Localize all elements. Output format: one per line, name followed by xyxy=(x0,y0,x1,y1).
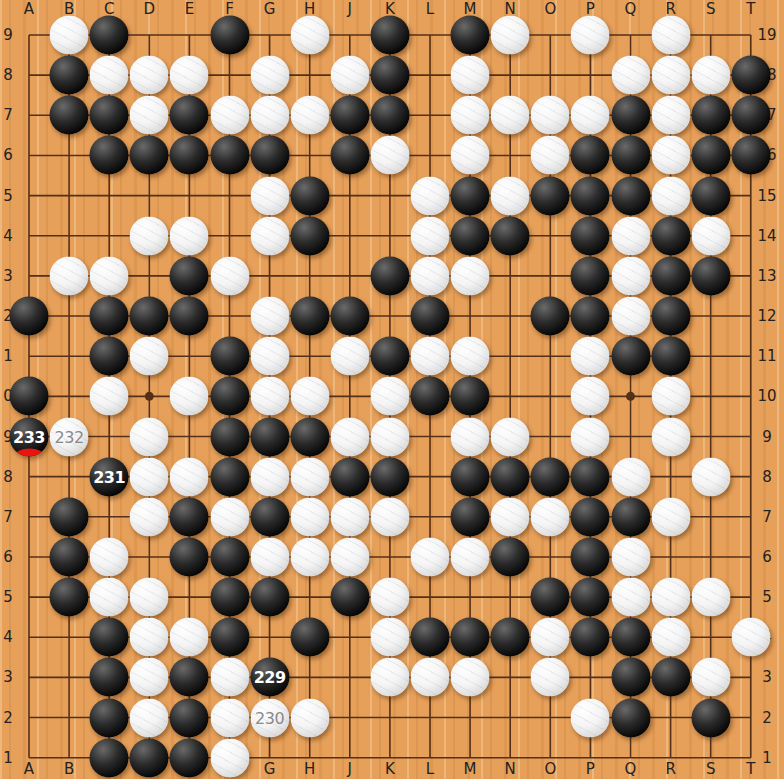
move-number-label: 233 xyxy=(13,427,45,446)
stone-L6 xyxy=(411,537,450,576)
stone-B5 xyxy=(50,578,89,617)
stone-C1 xyxy=(90,738,129,777)
stone-C17 xyxy=(90,96,129,135)
stone-O8 xyxy=(531,457,570,496)
stone-C18 xyxy=(90,56,129,95)
stone-H6 xyxy=(290,537,329,576)
coordinate-top-M: M xyxy=(464,2,477,17)
stone-M7 xyxy=(451,497,490,536)
stone-O5 xyxy=(531,578,570,617)
stone-Q7 xyxy=(611,497,650,536)
stone-D14 xyxy=(130,216,169,255)
coordinate-left-row1: 1 xyxy=(3,750,13,765)
stone-K16 xyxy=(370,136,409,175)
stone-P19 xyxy=(571,16,610,55)
stone-B7 xyxy=(50,497,89,536)
stone-S16 xyxy=(691,136,730,175)
stone-B9: 232 xyxy=(50,417,89,456)
stone-E16 xyxy=(170,136,209,175)
coordinate-top-B: B xyxy=(64,2,74,17)
stone-J9 xyxy=(330,417,369,456)
stone-P10 xyxy=(571,377,610,416)
stone-M10 xyxy=(451,377,490,416)
coordinate-right-row7: 7 xyxy=(762,509,772,524)
stone-N9 xyxy=(491,417,530,456)
stone-S5 xyxy=(691,578,730,617)
stone-F5 xyxy=(210,578,249,617)
stone-Q4 xyxy=(611,618,650,657)
stone-G15 xyxy=(250,176,289,215)
coordinate-right-row1: 1 xyxy=(762,750,772,765)
stone-C10 xyxy=(90,377,129,416)
stone-S15 xyxy=(691,176,730,215)
stone-S13 xyxy=(691,256,730,295)
stone-P7 xyxy=(571,497,610,536)
coordinate-bottom-G: G xyxy=(264,762,276,777)
coordinate-right-row19: 19 xyxy=(757,28,776,43)
coordinate-bottom-N: N xyxy=(505,762,516,777)
stone-G18 xyxy=(250,56,289,95)
stone-L11 xyxy=(411,337,450,376)
coordinate-bottom-P: P xyxy=(586,762,595,777)
stone-P13 xyxy=(571,256,610,295)
stone-E8 xyxy=(170,457,209,496)
coordinate-left-row19: 9 xyxy=(3,28,13,43)
stone-M15 xyxy=(451,176,490,215)
coordinate-top-S: S xyxy=(706,2,716,17)
stone-E18 xyxy=(170,56,209,95)
stone-R15 xyxy=(651,176,690,215)
stone-T16 xyxy=(731,136,770,175)
stone-N15 xyxy=(491,176,530,215)
move-number-label: 230 xyxy=(255,708,284,727)
stone-G2: 230 xyxy=(250,698,289,737)
stone-J18 xyxy=(330,56,369,95)
stone-G7 xyxy=(250,497,289,536)
stone-C19 xyxy=(90,16,129,55)
stone-P11 xyxy=(571,337,610,376)
stone-R7 xyxy=(651,497,690,536)
stone-M3 xyxy=(451,658,490,697)
stone-L12 xyxy=(411,297,450,336)
stone-C3 xyxy=(90,658,129,697)
stone-F13 xyxy=(210,256,249,295)
coordinate-bottom-A: A xyxy=(24,762,34,777)
stone-F8 xyxy=(210,457,249,496)
stone-Q11 xyxy=(611,337,650,376)
star-point xyxy=(626,392,635,401)
stone-K17 xyxy=(370,96,409,135)
stone-E6 xyxy=(170,537,209,576)
stone-R11 xyxy=(651,337,690,376)
coordinate-left-row6: 6 xyxy=(3,549,13,564)
stone-M8 xyxy=(451,457,490,496)
stone-J5 xyxy=(330,578,369,617)
stone-D7 xyxy=(130,497,169,536)
stone-G12 xyxy=(250,297,289,336)
stone-Q12 xyxy=(611,297,650,336)
coordinate-right-row12: 12 xyxy=(757,309,776,324)
stone-J16 xyxy=(330,136,369,175)
go-app-screenshot: { "game": "go", "board_size": 19, "posit… xyxy=(0,0,784,779)
coordinate-left-row17: 7 xyxy=(3,108,13,123)
stone-A9: 233 xyxy=(10,417,49,456)
stone-B18 xyxy=(50,56,89,95)
stone-B6 xyxy=(50,537,89,576)
stone-R3 xyxy=(651,658,690,697)
stone-C12 xyxy=(90,297,129,336)
stone-N14 xyxy=(491,216,530,255)
go-board[interactable]: ABCDEFGHJKLMNOPQRSTABCDEFGHJKLMNOPQRST98… xyxy=(0,0,784,779)
coordinate-bottom-H: H xyxy=(304,762,315,777)
coordinate-top-K: K xyxy=(385,2,395,17)
stone-T4 xyxy=(731,618,770,657)
stone-E13 xyxy=(170,256,209,295)
stone-F17 xyxy=(210,96,249,135)
stone-O4 xyxy=(531,618,570,657)
stone-S8 xyxy=(691,457,730,496)
stone-S18 xyxy=(691,56,730,95)
coordinate-left-row11: 1 xyxy=(3,349,13,364)
stone-D18 xyxy=(130,56,169,95)
coordinate-left-row15: 5 xyxy=(3,188,13,203)
stone-G16 xyxy=(250,136,289,175)
coordinate-top-H: H xyxy=(304,2,315,17)
stone-Q3 xyxy=(611,658,650,697)
stone-A12 xyxy=(10,297,49,336)
stone-G11 xyxy=(250,337,289,376)
stone-D2 xyxy=(130,698,169,737)
stone-L14 xyxy=(411,216,450,255)
coordinate-right-row9: 9 xyxy=(762,429,772,444)
stone-E17 xyxy=(170,96,209,135)
stone-E1 xyxy=(170,738,209,777)
coordinate-bottom-S: S xyxy=(706,762,716,777)
stone-D17 xyxy=(130,96,169,135)
stone-B19 xyxy=(50,16,89,55)
stone-G14 xyxy=(250,216,289,255)
coordinate-top-G: G xyxy=(264,2,276,17)
stone-R13 xyxy=(651,256,690,295)
stone-Q13 xyxy=(611,256,650,295)
stone-F19 xyxy=(210,16,249,55)
stone-S14 xyxy=(691,216,730,255)
coordinate-bottom-T: T xyxy=(746,762,755,777)
coordinate-top-T: T xyxy=(746,2,755,17)
coordinate-top-O: O xyxy=(544,2,556,17)
coordinate-bottom-K: K xyxy=(385,762,395,777)
coordinate-top-N: N xyxy=(505,2,516,17)
stone-C16 xyxy=(90,136,129,175)
coordinate-left-row18: 8 xyxy=(3,68,13,83)
stone-N7 xyxy=(491,497,530,536)
stone-Q16 xyxy=(611,136,650,175)
stone-H12 xyxy=(290,297,329,336)
stone-K8 xyxy=(370,457,409,496)
stone-K11 xyxy=(370,337,409,376)
stone-C8: 231 xyxy=(90,457,129,496)
stone-E3 xyxy=(170,658,209,697)
coordinate-left-row2: 2 xyxy=(3,710,13,725)
stone-R9 xyxy=(651,417,690,456)
stone-E14 xyxy=(170,216,209,255)
stone-H7 xyxy=(290,497,329,536)
stone-P2 xyxy=(571,698,610,737)
coordinate-right-row13: 13 xyxy=(757,268,776,283)
stone-N17 xyxy=(491,96,530,135)
stone-G6 xyxy=(250,537,289,576)
stone-S3 xyxy=(691,658,730,697)
stone-D1 xyxy=(130,738,169,777)
stone-K18 xyxy=(370,56,409,95)
stone-L3 xyxy=(411,658,450,697)
coordinate-right-row10: 10 xyxy=(757,389,776,404)
stone-P9 xyxy=(571,417,610,456)
stone-K4 xyxy=(370,618,409,657)
stone-M4 xyxy=(451,618,490,657)
stone-F6 xyxy=(210,537,249,576)
stone-K3 xyxy=(370,658,409,697)
stone-K5 xyxy=(370,578,409,617)
stone-Q2 xyxy=(611,698,650,737)
stone-M16 xyxy=(451,136,490,175)
stone-E10 xyxy=(170,377,209,416)
stone-D8 xyxy=(130,457,169,496)
coordinate-top-F: F xyxy=(225,2,234,17)
stone-H17 xyxy=(290,96,329,135)
stone-F1 xyxy=(210,738,249,777)
coordinate-right-row5: 5 xyxy=(762,590,772,605)
stone-C13 xyxy=(90,256,129,295)
star-point xyxy=(145,392,154,401)
stone-P15 xyxy=(571,176,610,215)
stone-F16 xyxy=(210,136,249,175)
move-number-label: 229 xyxy=(254,668,286,687)
stone-J7 xyxy=(330,497,369,536)
stone-T17 xyxy=(731,96,770,135)
stone-M18 xyxy=(451,56,490,95)
stone-F2 xyxy=(210,698,249,737)
stone-H4 xyxy=(290,618,329,657)
stone-O17 xyxy=(531,96,570,135)
stone-J17 xyxy=(330,96,369,135)
stone-A10 xyxy=(10,377,49,416)
stone-F9 xyxy=(210,417,249,456)
stone-J8 xyxy=(330,457,369,496)
stone-L15 xyxy=(411,176,450,215)
stone-Q8 xyxy=(611,457,650,496)
stone-P17 xyxy=(571,96,610,135)
stone-C6 xyxy=(90,537,129,576)
stone-E2 xyxy=(170,698,209,737)
stone-K10 xyxy=(370,377,409,416)
stone-J6 xyxy=(330,537,369,576)
stone-D12 xyxy=(130,297,169,336)
stone-Q15 xyxy=(611,176,650,215)
coordinate-left-row5: 5 xyxy=(3,590,13,605)
stone-K7 xyxy=(370,497,409,536)
coordinate-top-L: L xyxy=(426,2,434,17)
coordinate-top-D: D xyxy=(144,2,156,17)
stone-F11 xyxy=(210,337,249,376)
stone-G17 xyxy=(250,96,289,135)
coordinate-left-row16: 6 xyxy=(3,148,13,163)
stone-D4 xyxy=(130,618,169,657)
stone-J12 xyxy=(330,297,369,336)
stone-F4 xyxy=(210,618,249,657)
coordinate-left-row4: 4 xyxy=(3,630,13,645)
stone-D3 xyxy=(130,658,169,697)
coordinate-top-E: E xyxy=(185,2,194,17)
stone-O16 xyxy=(531,136,570,175)
stone-R16 xyxy=(651,136,690,175)
stone-K13 xyxy=(370,256,409,295)
stone-S17 xyxy=(691,96,730,135)
stone-P5 xyxy=(571,578,610,617)
stone-M14 xyxy=(451,216,490,255)
stone-Q18 xyxy=(611,56,650,95)
stone-M6 xyxy=(451,537,490,576)
stone-C5 xyxy=(90,578,129,617)
stone-M13 xyxy=(451,256,490,295)
coordinate-bottom-M: M xyxy=(464,762,477,777)
stone-O15 xyxy=(531,176,570,215)
coordinate-right-row2: 2 xyxy=(762,710,772,725)
stone-P6 xyxy=(571,537,610,576)
stone-L10 xyxy=(411,377,450,416)
stone-R10 xyxy=(651,377,690,416)
stone-C4 xyxy=(90,618,129,657)
stone-M11 xyxy=(451,337,490,376)
stone-F3 xyxy=(210,658,249,697)
stone-H19 xyxy=(290,16,329,55)
stone-G3: 229 xyxy=(250,658,289,697)
stone-H2 xyxy=(290,698,329,737)
stone-H14 xyxy=(290,216,329,255)
coordinate-left-row7: 7 xyxy=(3,509,13,524)
coordinate-top-A: A xyxy=(24,2,34,17)
stone-H15 xyxy=(290,176,329,215)
stone-R5 xyxy=(651,578,690,617)
move-number-label: 231 xyxy=(93,467,125,486)
stone-D5 xyxy=(130,578,169,617)
stone-P8 xyxy=(571,457,610,496)
coordinate-bottom-B: B xyxy=(64,762,74,777)
stone-E12 xyxy=(170,297,209,336)
move-number-label: 232 xyxy=(55,427,84,446)
coordinate-right-row15: 15 xyxy=(757,188,776,203)
coordinate-left-row14: 4 xyxy=(3,228,13,243)
coordinate-left-row8: 8 xyxy=(3,469,13,484)
coordinate-bottom-J: J xyxy=(348,762,352,777)
stone-B17 xyxy=(50,96,89,135)
stone-N19 xyxy=(491,16,530,55)
stone-R14 xyxy=(651,216,690,255)
stone-Q5 xyxy=(611,578,650,617)
stone-T18 xyxy=(731,56,770,95)
coordinate-bottom-Q: Q xyxy=(625,762,637,777)
coordinate-right-row6: 6 xyxy=(762,549,772,564)
stone-D9 xyxy=(130,417,169,456)
stone-L13 xyxy=(411,256,450,295)
coordinate-right-row11: 11 xyxy=(757,349,776,364)
stone-R18 xyxy=(651,56,690,95)
stone-F10 xyxy=(210,377,249,416)
stone-Q6 xyxy=(611,537,650,576)
stone-N6 xyxy=(491,537,530,576)
coordinate-top-R: R xyxy=(665,2,675,17)
coordinate-left-row13: 3 xyxy=(3,268,13,283)
stone-Q17 xyxy=(611,96,650,135)
stone-P14 xyxy=(571,216,610,255)
stone-N4 xyxy=(491,618,530,657)
stone-F7 xyxy=(210,497,249,536)
stone-J11 xyxy=(330,337,369,376)
stone-P16 xyxy=(571,136,610,175)
coordinate-top-Q: Q xyxy=(625,2,637,17)
stone-R17 xyxy=(651,96,690,135)
stone-G10 xyxy=(250,377,289,416)
coordinate-right-row8: 8 xyxy=(762,469,772,484)
stone-G9 xyxy=(250,417,289,456)
stone-O12 xyxy=(531,297,570,336)
stone-H8 xyxy=(290,457,329,496)
stone-K19 xyxy=(370,16,409,55)
stone-R19 xyxy=(651,16,690,55)
coordinate-top-P: P xyxy=(586,2,595,17)
coordinate-top-C: C xyxy=(104,2,114,17)
coordinate-left-row3: 3 xyxy=(3,670,13,685)
stone-H9 xyxy=(290,417,329,456)
stone-C2 xyxy=(90,698,129,737)
coordinate-right-row14: 14 xyxy=(757,228,776,243)
stone-B13 xyxy=(50,256,89,295)
stone-N8 xyxy=(491,457,530,496)
coordinate-right-row3: 3 xyxy=(762,670,772,685)
stone-M19 xyxy=(451,16,490,55)
stone-Q14 xyxy=(611,216,650,255)
stone-M9 xyxy=(451,417,490,456)
stone-E7 xyxy=(170,497,209,536)
stone-D11 xyxy=(130,337,169,376)
coordinate-bottom-R: R xyxy=(665,762,675,777)
stone-G5 xyxy=(250,578,289,617)
stone-G8 xyxy=(250,457,289,496)
stone-L4 xyxy=(411,618,450,657)
coordinate-top-J: J xyxy=(348,2,352,17)
stone-M17 xyxy=(451,96,490,135)
stone-R4 xyxy=(651,618,690,657)
stone-P4 xyxy=(571,618,610,657)
stone-O3 xyxy=(531,658,570,697)
coordinate-bottom-O: O xyxy=(544,762,556,777)
stone-E4 xyxy=(170,618,209,657)
stone-O7 xyxy=(531,497,570,536)
stone-K9 xyxy=(370,417,409,456)
stone-C11 xyxy=(90,337,129,376)
stone-D16 xyxy=(130,136,169,175)
stone-P12 xyxy=(571,297,610,336)
stone-H10 xyxy=(290,377,329,416)
stone-S2 xyxy=(691,698,730,737)
stone-R12 xyxy=(651,297,690,336)
coordinate-bottom-L: L xyxy=(426,762,434,777)
